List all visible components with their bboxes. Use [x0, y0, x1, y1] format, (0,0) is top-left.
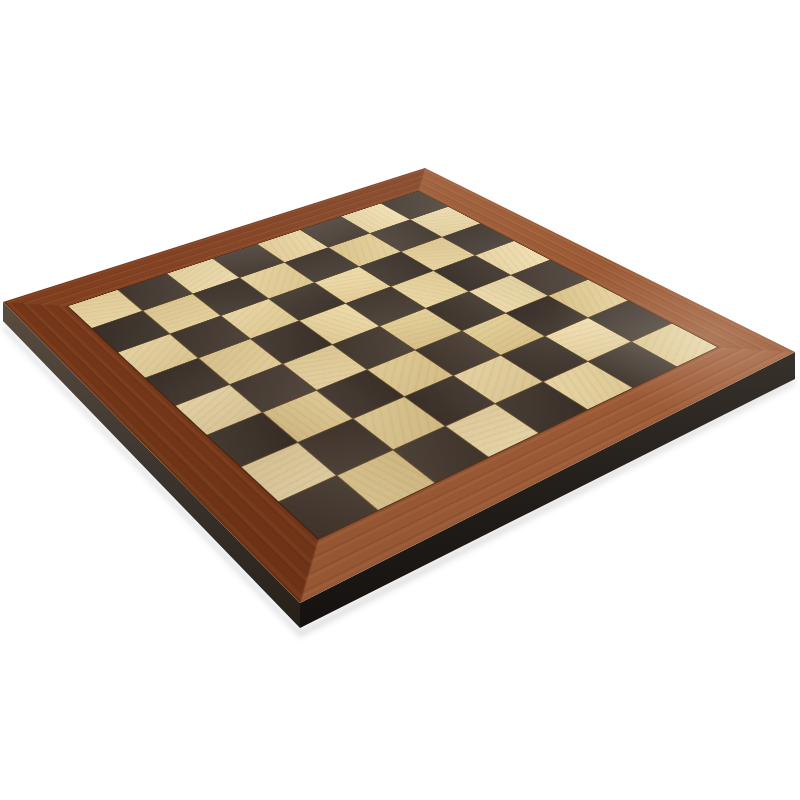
product-photo-stage: Empty wooden chessboard shown at a three…	[0, 0, 800, 800]
